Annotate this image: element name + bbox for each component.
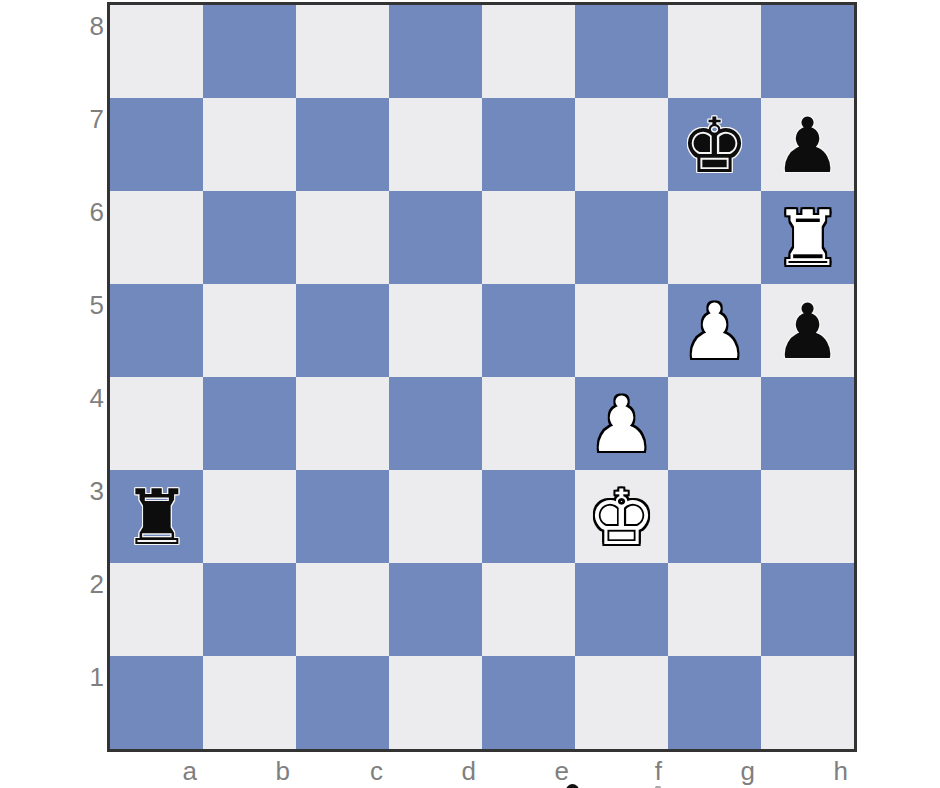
square-h8[interactable]	[761, 5, 854, 98]
square-f3[interactable]: ♚	[575, 470, 668, 563]
square-c1[interactable]	[296, 656, 389, 749]
rank-label-2: 2	[70, 563, 104, 656]
square-a6[interactable]	[110, 191, 203, 284]
square-e6[interactable]	[482, 191, 575, 284]
square-d4[interactable]	[389, 377, 482, 470]
square-d5[interactable]	[389, 284, 482, 377]
square-b3[interactable]	[203, 470, 296, 563]
board-frame: ♚♟♜♟♟♟♜♚	[107, 2, 857, 752]
square-d3[interactable]	[389, 470, 482, 563]
square-h7[interactable]: ♟	[761, 98, 854, 191]
square-d7[interactable]	[389, 98, 482, 191]
square-d2[interactable]	[389, 563, 482, 656]
rank-label-4: 4	[70, 377, 104, 470]
square-c5[interactable]	[296, 284, 389, 377]
square-f1[interactable]	[575, 656, 668, 749]
square-f8[interactable]	[575, 5, 668, 98]
file-label-e: e	[482, 757, 575, 786]
square-f5[interactable]	[575, 284, 668, 377]
square-d1[interactable]	[389, 656, 482, 749]
square-c4[interactable]	[296, 377, 389, 470]
square-c6[interactable]	[296, 191, 389, 284]
square-h6[interactable]: ♜	[761, 191, 854, 284]
black-rook-a3[interactable]: ♜	[110, 470, 203, 563]
square-h3[interactable]	[761, 470, 854, 563]
white-king-f3[interactable]: ♚	[575, 470, 668, 563]
square-c7[interactable]	[296, 98, 389, 191]
square-f6[interactable]	[575, 191, 668, 284]
file-label-f: f	[575, 757, 668, 786]
square-h4[interactable]	[761, 377, 854, 470]
square-e5[interactable]	[482, 284, 575, 377]
square-a1[interactable]	[110, 656, 203, 749]
rank-label-6: 6	[70, 191, 104, 284]
board: ♚♟♜♟♟♟♜♚	[110, 5, 854, 749]
file-label-b: b	[203, 757, 296, 786]
square-g3[interactable]	[668, 470, 761, 563]
square-b6[interactable]	[203, 191, 296, 284]
file-label-c: c	[296, 757, 389, 786]
square-h5[interactable]: ♟	[761, 284, 854, 377]
square-g1[interactable]	[668, 656, 761, 749]
square-c3[interactable]	[296, 470, 389, 563]
square-f2[interactable]	[575, 563, 668, 656]
square-a4[interactable]	[110, 377, 203, 470]
square-a7[interactable]	[110, 98, 203, 191]
square-g5[interactable]: ♟	[668, 284, 761, 377]
square-b8[interactable]	[203, 5, 296, 98]
rank-labels: 87654321	[70, 5, 104, 749]
square-g6[interactable]	[668, 191, 761, 284]
square-e3[interactable]	[482, 470, 575, 563]
square-b7[interactable]	[203, 98, 296, 191]
white-rook-h6[interactable]: ♜	[761, 191, 854, 284]
square-a2[interactable]	[110, 563, 203, 656]
square-e7[interactable]	[482, 98, 575, 191]
square-g4[interactable]	[668, 377, 761, 470]
square-e2[interactable]	[482, 563, 575, 656]
rank-label-3: 3	[70, 470, 104, 563]
square-a3[interactable]: ♜	[110, 470, 203, 563]
square-h1[interactable]	[761, 656, 854, 749]
square-c2[interactable]	[296, 563, 389, 656]
file-label-d: d	[389, 757, 482, 786]
square-d8[interactable]	[389, 5, 482, 98]
square-f7[interactable]	[575, 98, 668, 191]
white-pawn-f4[interactable]: ♟	[575, 377, 668, 470]
white-pawn-g5[interactable]: ♟	[668, 284, 761, 377]
square-g8[interactable]	[668, 5, 761, 98]
file-label-h: h	[761, 757, 854, 786]
rank-label-5: 5	[70, 284, 104, 377]
square-b4[interactable]	[203, 377, 296, 470]
rank-label-1: 1	[70, 656, 104, 749]
file-label-g: g	[668, 757, 761, 786]
square-g2[interactable]	[668, 563, 761, 656]
chess-diagram: 87654321 ♚♟♜♟♟♟♜♚ abcdefgh	[0, 0, 940, 788]
file-label-a: a	[110, 757, 203, 786]
square-c8[interactable]	[296, 5, 389, 98]
square-d6[interactable]	[389, 191, 482, 284]
rank-label-8: 8	[70, 5, 104, 98]
square-g7[interactable]: ♚	[668, 98, 761, 191]
black-king-g7[interactable]: ♚	[668, 98, 761, 191]
file-labels: abcdefgh	[110, 757, 854, 786]
square-h2[interactable]	[761, 563, 854, 656]
square-e1[interactable]	[482, 656, 575, 749]
square-f4[interactable]: ♟	[575, 377, 668, 470]
square-b5[interactable]	[203, 284, 296, 377]
square-a8[interactable]	[110, 5, 203, 98]
square-e8[interactable]	[482, 5, 575, 98]
black-pawn-h5[interactable]: ♟	[761, 284, 854, 377]
black-pawn-h7[interactable]: ♟	[761, 98, 854, 191]
square-b2[interactable]	[203, 563, 296, 656]
square-b1[interactable]	[203, 656, 296, 749]
square-e4[interactable]	[482, 377, 575, 470]
rank-label-7: 7	[70, 98, 104, 191]
square-a5[interactable]	[110, 284, 203, 377]
